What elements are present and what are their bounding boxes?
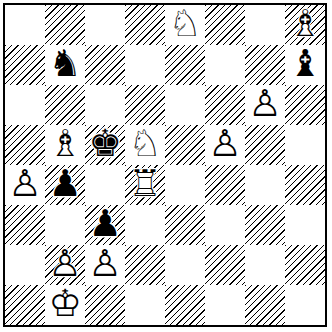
square-b5[interactable]: ♝♗ (45, 125, 85, 165)
piece-white-n-e8[interactable]: ♞♘ (165, 5, 205, 45)
piece-black-n-b7[interactable]: ♞♞ (45, 45, 85, 85)
square-d8[interactable] (125, 5, 165, 45)
square-h1[interactable] (285, 285, 325, 325)
square-h4[interactable] (285, 165, 325, 205)
square-d6[interactable] (125, 85, 165, 125)
square-d3[interactable] (125, 205, 165, 245)
chess-board: ♞♘♝♗♞♞♝♝♟♙♝♗♚♚♞♘♟♙♟♙♟♟♜♖♟♟♟♙♟♙♚♔ (5, 5, 325, 325)
piece-black-p-b4[interactable]: ♟♟ (45, 165, 85, 205)
square-d7[interactable] (125, 45, 165, 85)
square-f3[interactable] (205, 205, 245, 245)
square-b3[interactable] (45, 205, 85, 245)
white-r-icon: ♖ (128, 165, 161, 202)
piece-black-k-c5[interactable]: ♚♚ (85, 125, 125, 165)
square-c8[interactable] (85, 5, 125, 45)
square-c5[interactable]: ♚♚ (85, 125, 125, 165)
square-f2[interactable] (205, 245, 245, 285)
black-p-icon: ♟ (88, 205, 121, 242)
piece-white-r-d4[interactable]: ♜♖ (125, 165, 165, 205)
square-e2[interactable] (165, 245, 205, 285)
piece-white-p-a4[interactable]: ♟♙ (5, 165, 45, 205)
square-g7[interactable] (245, 45, 285, 85)
piece-white-k-b1[interactable]: ♚♔ (45, 285, 85, 325)
piece-black-p-c3[interactable]: ♟♟ (85, 205, 125, 245)
square-c4[interactable] (85, 165, 125, 205)
square-h5[interactable] (285, 125, 325, 165)
white-p-icon: ♙ (8, 165, 41, 202)
piece-black-b-h7[interactable]: ♝♝ (285, 45, 325, 85)
square-c3[interactable]: ♟♟ (85, 205, 125, 245)
square-f6[interactable] (205, 85, 245, 125)
square-a2[interactable] (5, 245, 45, 285)
square-h8[interactable]: ♝♗ (285, 5, 325, 45)
square-d2[interactable] (125, 245, 165, 285)
square-a7[interactable] (5, 45, 45, 85)
piece-white-n-d5[interactable]: ♞♘ (125, 125, 165, 165)
square-g8[interactable] (245, 5, 285, 45)
square-d1[interactable] (125, 285, 165, 325)
piece-white-b-b5[interactable]: ♝♗ (45, 125, 85, 165)
piece-white-p-f5[interactable]: ♟♙ (205, 125, 245, 165)
square-b8[interactable] (45, 5, 85, 45)
square-d4[interactable]: ♜♖ (125, 165, 165, 205)
square-f5[interactable]: ♟♙ (205, 125, 245, 165)
black-n-icon: ♞ (48, 45, 81, 82)
square-h7[interactable]: ♝♝ (285, 45, 325, 85)
square-b4[interactable]: ♟♟ (45, 165, 85, 205)
square-e4[interactable] (165, 165, 205, 205)
white-b-icon: ♗ (288, 5, 321, 42)
white-k-icon: ♔ (48, 285, 81, 322)
piece-white-b-h8[interactable]: ♝♗ (285, 5, 325, 45)
square-d5[interactable]: ♞♘ (125, 125, 165, 165)
square-b2[interactable]: ♟♙ (45, 245, 85, 285)
square-c1[interactable] (85, 285, 125, 325)
square-f4[interactable] (205, 165, 245, 205)
square-h3[interactable] (285, 205, 325, 245)
square-a6[interactable] (5, 85, 45, 125)
white-p-icon: ♙ (88, 245, 121, 282)
square-g2[interactable] (245, 245, 285, 285)
white-n-icon: ♘ (168, 5, 201, 42)
square-c2[interactable]: ♟♙ (85, 245, 125, 285)
white-n-icon: ♘ (128, 125, 161, 162)
white-p-icon: ♙ (248, 85, 281, 122)
square-b6[interactable] (45, 85, 85, 125)
square-f1[interactable] (205, 285, 245, 325)
white-p-icon: ♙ (48, 245, 81, 282)
square-f7[interactable] (205, 45, 245, 85)
square-h6[interactable] (285, 85, 325, 125)
square-e8[interactable]: ♞♘ (165, 5, 205, 45)
square-g1[interactable] (245, 285, 285, 325)
square-c6[interactable] (85, 85, 125, 125)
square-e1[interactable] (165, 285, 205, 325)
black-k-icon: ♚ (88, 125, 121, 162)
piece-white-p-g6[interactable]: ♟♙ (245, 85, 285, 125)
square-a4[interactable]: ♟♙ (5, 165, 45, 205)
square-e7[interactable] (165, 45, 205, 85)
white-p-icon: ♙ (208, 125, 241, 162)
square-b7[interactable]: ♞♞ (45, 45, 85, 85)
square-g4[interactable] (245, 165, 285, 205)
square-e5[interactable] (165, 125, 205, 165)
black-p-icon: ♟ (48, 165, 81, 202)
square-f8[interactable] (205, 5, 245, 45)
square-e3[interactable] (165, 205, 205, 245)
black-b-icon: ♝ (288, 45, 321, 82)
square-a8[interactable] (5, 5, 45, 45)
square-a5[interactable] (5, 125, 45, 165)
board-frame: ♞♘♝♗♞♞♝♝♟♙♝♗♚♚♞♘♟♙♟♙♟♟♜♖♟♟♟♙♟♙♚♔ (3, 3, 327, 327)
square-h2[interactable] (285, 245, 325, 285)
piece-white-p-b2[interactable]: ♟♙ (45, 245, 85, 285)
piece-white-p-c2[interactable]: ♟♙ (85, 245, 125, 285)
square-g3[interactable] (245, 205, 285, 245)
square-c7[interactable] (85, 45, 125, 85)
white-b-icon: ♗ (48, 125, 81, 162)
square-g5[interactable] (245, 125, 285, 165)
square-g6[interactable]: ♟♙ (245, 85, 285, 125)
square-a1[interactable] (5, 285, 45, 325)
square-b1[interactable]: ♚♔ (45, 285, 85, 325)
square-a3[interactable] (5, 205, 45, 245)
square-e6[interactable] (165, 85, 205, 125)
